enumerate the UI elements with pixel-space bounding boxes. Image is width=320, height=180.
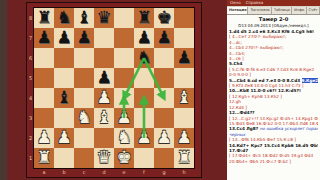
window-edge [0,0,7,180]
square-g4[interactable] [154,88,174,108]
square-a4[interactable] [34,88,54,108]
move-text[interactable]: 4...Сb4 270!?- выбирают; [229,45,284,50]
square-b5[interactable] [54,68,74,88]
tab-3[interactable]: Таблица [272,7,292,14]
tab-5[interactable]: Счёт [307,7,320,14]
move-text[interactable]: 12...Фd4?? [229,110,255,115]
move-list: 1.d4 d5 2.c4 e6 3.Кс3 Кf6 4.Сg5 h6![ 4..… [229,29,318,164]
white-bishop[interactable]: ♝ [174,87,194,107]
square-b7[interactable]: ♟ [54,28,74,48]
square-a7[interactable]: ♟ [34,28,54,48]
square-f5[interactable] [134,68,154,88]
white-rook[interactable]: ♜ [34,147,54,167]
square-c7[interactable]: ♟ [74,28,94,48]
square-c4[interactable] [74,88,94,108]
square-d3[interactable]: ♝ [94,108,114,128]
rank-label-8: 8 [27,8,34,28]
file-label-c: c [74,168,94,177]
square-a2[interactable]: ♟ [34,128,54,148]
square-c8[interactable]: ♝ [74,8,94,28]
square-h1[interactable]: ♜ [174,148,194,168]
square-e2[interactable]: ♞ [114,128,134,148]
move-text[interactable]: 4...dc; [229,40,242,45]
move-text[interactable]: [ 5.С:f6 Ф:f6 6.е3 Сd6 7.Сd3 Кс6 8.Кge2 [229,67,314,72]
black-bishop[interactable]: ♝ [74,7,94,27]
square-c5[interactable] [74,68,94,88]
move-text[interactable]: но ошибка ускоряет поражение [260,126,318,131]
white-queen[interactable]: ♛ [94,147,114,167]
move-text[interactable]: 1.d4 d5 2.c4 e6 3.Кс3 Кf6 4.Сg5 h6! [229,29,314,34]
square-b1[interactable] [54,148,74,168]
menu-item-Окно[interactable]: Окно [230,0,241,6]
square-c3[interactable]: ♞ [74,108,94,128]
square-g1[interactable] [154,148,174,168]
white-pawn[interactable]: ♟ [134,127,154,147]
move-text[interactable]: [ 12.Кg5+ Крh8 13.Кh2 ] [229,94,282,99]
white-pawn[interactable]: ♟ [114,107,134,127]
white-knight[interactable]: ♞ [114,127,134,147]
square-h8[interactable] [174,8,194,28]
square-d6[interactable] [94,48,114,68]
square-b2[interactable]: ♟ [54,128,74,148]
black-queen[interactable]: ♛ [94,7,114,27]
rank-label-6: 6 [27,48,34,68]
square-a3[interactable] [34,108,54,128]
square-e6[interactable] [114,48,134,68]
tab-1[interactable]: Нотация [227,7,248,14]
move-text[interactable]: 20.Фb4+ Фb5 21.Ф:с7 Ф:b2 ] [229,159,291,164]
file-label-g: g [154,168,174,177]
square-b6[interactable] [54,48,74,68]
white-pawn[interactable]: ♟ [94,87,114,107]
move-text[interactable]: [ 13...Фf6 14.Кb5 Фе7 15.К:с8 ] [229,137,296,142]
square-d7[interactable] [94,28,114,48]
square-f7[interactable]: ♟ [134,28,154,48]
menu-item-Справка[interactable]: Справка [246,0,264,6]
white-pawn[interactable]: ♟ [34,127,54,147]
square-h5[interactable] [174,68,194,88]
square-h3[interactable] [174,108,194,128]
move-text[interactable]: [ 17.Фd4+ Фс5 18.Фd2 Ф:d5 19.g3 Фd3 [229,153,313,158]
rank-label-3: 3 [27,108,34,128]
notation-panel: ОкноСправка НотацияЗаголовокТаблицаИнфоС… [227,0,320,180]
square-g8[interactable]: ♚ [154,8,174,28]
square-e3[interactable]: ♟ [114,108,134,128]
game-header-info: D13 04.09.2013 [Обдум./немедл.] [229,23,318,29]
move-text[interactable]: [ 12...С:g2+!? 13.Кр:g2 Ф:d5+ 14.Крg1 Фе… [229,116,318,121]
square-d5[interactable]: ♟ [94,68,114,88]
square-d8[interactable]: ♛ [94,8,114,28]
chess-app-window: 87654321 ♜♞♝♛♜♚♟♟♟♟♟♞♟♟♝♟♝♞♝♟♟♟♞♟♟♟♜♛♚♜ … [0,0,320,180]
black-rook[interactable]: ♜ [134,7,154,27]
square-h7[interactable] [174,28,194,48]
tab-2[interactable]: Заголовок [248,7,271,14]
square-d2[interactable] [94,128,114,148]
square-e5[interactable] [114,68,134,88]
square-b3[interactable] [54,108,74,128]
chess-board[interactable]: ♜♞♝♛♜♚♟♟♟♟♟♞♟♟♝♟♝♞♝♟♟♟♞♟♟♟♜♛♚♜ [34,8,194,168]
square-h4[interactable]: ♝ [174,88,194,108]
black-pawn[interactable]: ♟ [94,67,114,87]
rank-label-1: 1 [27,148,34,168]
file-label-d: d [94,168,114,177]
square-c2[interactable] [74,128,94,148]
tab-4[interactable]: Инфо [292,7,307,14]
square-e1[interactable]: ♚ [114,148,134,168]
square-f4[interactable] [134,88,154,108]
square-h2[interactable]: ♟ [174,128,194,148]
rank-label-7: 7 [27,28,34,48]
file-label-f: f [134,168,154,177]
white-bishop[interactable]: ♝ [94,107,114,127]
file-label-a: a [34,168,54,177]
white-pawn[interactable]: ♟ [154,127,174,147]
file-label-b: b [54,168,74,177]
square-a6[interactable] [34,48,54,68]
square-f1[interactable] [134,148,154,168]
move-text[interactable]: 4...Сb4; [229,51,245,56]
square-d4[interactable]: ♟ [94,88,114,108]
move-text[interactable]: 4...с6 ] [229,56,244,61]
move-text[interactable]: 5...Сb4 6.cd ed 7.е3 0-0 8.Сd3 [229,78,302,83]
square-f8[interactable]: ♜ [134,8,154,28]
black-pawn[interactable]: ♟ [174,47,194,67]
square-d1[interactable]: ♛ [94,148,114,168]
notation-content: Тамер 2-0 D13 04.09.2013 [Обдум./немедл.… [227,15,320,164]
black-pawn[interactable]: ♟ [54,27,74,47]
square-c1[interactable] [74,148,94,168]
black-pawn[interactable]: ♟ [74,27,94,47]
black-knight[interactable]: ♞ [134,47,154,67]
notation-line[interactable]: 20.Фb4+ Фb5 21.Ф:с7 Ф:b2 ] [229,159,318,164]
square-f6[interactable]: ♞ [134,48,154,68]
file-label-h: h [174,168,194,177]
square-a8[interactable]: ♜ [34,8,54,28]
square-a1[interactable]: ♜ [34,148,54,168]
square-a5[interactable] [34,68,54,88]
move-text[interactable]: 12.gh [229,99,241,104]
rank-label-2: 2 [27,128,34,148]
file-label-e: e [114,168,134,177]
square-f2[interactable]: ♟ [134,128,154,148]
square-g2[interactable]: ♟ [154,128,174,148]
black-pawn[interactable]: ♟ [154,27,174,47]
move-text[interactable]: 15.Фd3 Фе8 16.Ф:b2 0-0 17.Фb3 Лd8 18.Фf1… [229,121,318,126]
square-h6[interactable]: ♟ [174,48,194,68]
file-labels: abcdefgh [34,168,194,177]
white-king[interactable]: ♚ [114,147,134,167]
black-rook[interactable]: ♜ [34,7,54,27]
current-move-highlight[interactable]: 9.Кge2 [302,78,318,83]
square-e7[interactable] [114,28,134,48]
move-text[interactable]: 12.Кd4 ] [229,105,247,110]
chess-board-frame: 87654321 ♜♞♝♛♜♚♟♟♟♟♟♞♟♟♝♟♝♞♝♟♟♟♞♟♟♟♜♛♚♜ … [26,2,202,178]
white-rook[interactable]: ♜ [174,147,194,167]
rank-label-5: 5 [27,68,34,88]
panel-tabs: НотацияЗаголовокТаблицаИнфоСчёт [227,6,320,15]
move-text[interactable]: 10...Кb8 11.0-0 с6?! 12.К:d5?! [229,88,301,93]
square-b8[interactable]: ♞ [54,8,74,28]
square-e4[interactable] [114,88,134,108]
square-f3[interactable] [134,108,154,128]
move-text[interactable]: [ 4...Се7 270!?- выбирают; [229,34,287,39]
square-g6[interactable] [154,48,174,68]
rank-label-4: 4 [27,88,34,108]
move-text[interactable]: 17.Ф:d7 [229,148,248,153]
move-text[interactable]: 13.Сс4 Лg8? [229,126,260,131]
square-g5[interactable] [154,68,174,88]
square-e8[interactable] [114,8,134,28]
rank-labels: 87654321 [27,8,34,168]
move-text[interactable]: 5.Сh4 [229,61,242,66]
white-pawn[interactable]: ♟ [174,127,194,147]
black-bishop[interactable]: ♝ [54,87,74,107]
black-pawn[interactable]: ♟ [134,27,154,47]
black-king[interactable]: ♚ [154,7,174,27]
square-g7[interactable]: ♟ [154,28,174,48]
square-g3[interactable] [154,108,174,128]
black-pawn[interactable]: ♟ [34,27,54,47]
move-text[interactable]: черных [229,132,245,137]
move-text[interactable]: 0-0 9.0-0 ] [229,72,251,77]
square-c6[interactable] [74,48,94,68]
black-knight[interactable]: ♞ [54,7,74,27]
move-text[interactable]: [ 9.Кf3 Ле8 10.0-0 Сg4 11.h3 С:f3 ] [229,83,303,88]
square-b4[interactable]: ♝ [54,88,74,108]
move-text[interactable]: 14.Кd7+ Крс7 15.Сс4 Крb6 16.d5 Фb5 [229,143,318,148]
white-knight[interactable]: ♞ [74,107,94,127]
white-pawn[interactable]: ♟ [54,127,74,147]
